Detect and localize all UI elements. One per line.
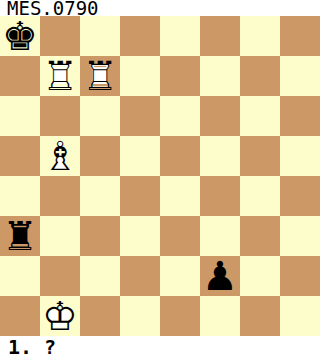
square-g5[interactable]: [240, 136, 280, 176]
square-a1[interactable]: [0, 296, 40, 336]
piece-black-pawn[interactable]: ♟: [200, 256, 240, 296]
square-c5[interactable]: [80, 136, 120, 176]
square-a7[interactable]: [0, 56, 40, 96]
square-e2[interactable]: [160, 256, 200, 296]
piece-black-king[interactable]: ♚: [0, 16, 40, 56]
square-f6[interactable]: [200, 96, 240, 136]
square-h3[interactable]: [280, 216, 320, 256]
square-h8[interactable]: [280, 16, 320, 56]
square-f2[interactable]: ♟: [200, 256, 240, 296]
square-b3[interactable]: [40, 216, 80, 256]
square-a8[interactable]: ♚: [0, 16, 40, 56]
square-b1[interactable]: ♚♔: [40, 296, 80, 336]
square-b5[interactable]: ♝♗: [40, 136, 80, 176]
square-a2[interactable]: [0, 256, 40, 296]
square-h2[interactable]: [280, 256, 320, 296]
square-b6[interactable]: [40, 96, 80, 136]
square-e8[interactable]: [160, 16, 200, 56]
square-g6[interactable]: [240, 96, 280, 136]
square-a3[interactable]: ♜: [0, 216, 40, 256]
piece-white-bishop[interactable]: ♝♗: [40, 136, 80, 176]
square-f7[interactable]: [200, 56, 240, 96]
square-a6[interactable]: [0, 96, 40, 136]
square-e1[interactable]: [160, 296, 200, 336]
square-b8[interactable]: [40, 16, 80, 56]
square-d7[interactable]: [120, 56, 160, 96]
square-h6[interactable]: [280, 96, 320, 136]
square-d6[interactable]: [120, 96, 160, 136]
white-bishop-icon: ♗: [40, 136, 80, 176]
square-h7[interactable]: [280, 56, 320, 96]
piece-white-rook[interactable]: ♜♖: [40, 56, 80, 96]
square-e5[interactable]: [160, 136, 200, 176]
square-f3[interactable]: [200, 216, 240, 256]
square-g8[interactable]: [240, 16, 280, 56]
square-f8[interactable]: [200, 16, 240, 56]
square-f1[interactable]: [200, 296, 240, 336]
square-c8[interactable]: [80, 16, 120, 56]
chess-board: ♚♜♖♜♖♝♗♜♟♚♔: [0, 16, 320, 336]
square-e7[interactable]: [160, 56, 200, 96]
white-king-icon: ♔: [40, 296, 80, 336]
square-c7[interactable]: ♜♖: [80, 56, 120, 96]
square-g4[interactable]: [240, 176, 280, 216]
piece-white-rook[interactable]: ♜♖: [80, 56, 120, 96]
square-e4[interactable]: [160, 176, 200, 216]
square-a4[interactable]: [0, 176, 40, 216]
square-f5[interactable]: [200, 136, 240, 176]
square-g2[interactable]: [240, 256, 280, 296]
square-d3[interactable]: [120, 216, 160, 256]
white-rook-icon: ♖: [40, 56, 80, 96]
square-d4[interactable]: [120, 176, 160, 216]
square-c4[interactable]: [80, 176, 120, 216]
square-d8[interactable]: [120, 16, 160, 56]
square-g3[interactable]: [240, 216, 280, 256]
square-h5[interactable]: [280, 136, 320, 176]
square-b2[interactable]: [40, 256, 80, 296]
square-g7[interactable]: [240, 56, 280, 96]
chess-puzzle-screen: MES.0790 ♚♜♖♜♖♝♗♜♟♚♔ 1. ?: [0, 0, 320, 360]
square-d5[interactable]: [120, 136, 160, 176]
puzzle-id-label: MES.0790: [0, 0, 320, 16]
square-h4[interactable]: [280, 176, 320, 216]
piece-white-king[interactable]: ♚♔: [40, 296, 80, 336]
square-f4[interactable]: [200, 176, 240, 216]
square-e3[interactable]: [160, 216, 200, 256]
square-d1[interactable]: [120, 296, 160, 336]
square-c1[interactable]: [80, 296, 120, 336]
square-c6[interactable]: [80, 96, 120, 136]
square-b7[interactable]: ♜♖: [40, 56, 80, 96]
square-b4[interactable]: [40, 176, 80, 216]
square-g1[interactable]: [240, 296, 280, 336]
square-e6[interactable]: [160, 96, 200, 136]
white-rook-icon: ♖: [80, 56, 120, 96]
square-d2[interactable]: [120, 256, 160, 296]
square-h1[interactable]: [280, 296, 320, 336]
square-c3[interactable]: [80, 216, 120, 256]
move-prompt: 1. ?: [0, 336, 320, 360]
piece-black-rook[interactable]: ♜: [0, 216, 40, 256]
square-a5[interactable]: [0, 136, 40, 176]
square-c2[interactable]: [80, 256, 120, 296]
